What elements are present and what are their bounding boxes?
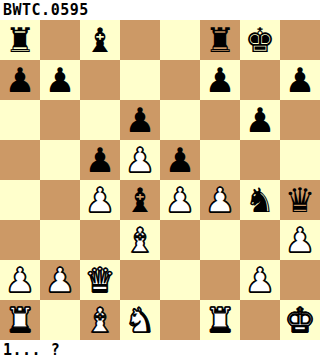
piece-white-bishop[interactable]: ♝	[125, 220, 155, 260]
chess-board: ♜♝♜♚♟♟♟♟♟♟♟♟♟♟♝♟♟♞♛♝♟♟♟♛♟♜♝♞♜♚	[0, 20, 320, 340]
piece-black-knight[interactable]: ♞	[245, 180, 275, 220]
piece-black-bishop[interactable]: ♝	[125, 180, 155, 220]
piece-black-pawn[interactable]: ♟	[85, 140, 115, 180]
square-d8[interactable]	[120, 20, 160, 60]
window-title: BWTC.0595	[0, 0, 320, 20]
piece-white-rook[interactable]: ♜	[205, 300, 235, 340]
square-g7[interactable]	[240, 60, 280, 100]
piece-black-pawn[interactable]: ♟	[125, 100, 155, 140]
square-a3[interactable]	[0, 220, 40, 260]
piece-white-pawn[interactable]: ♟	[285, 220, 315, 260]
square-h5[interactable]	[280, 140, 320, 180]
piece-black-pawn[interactable]: ♟	[285, 60, 315, 100]
piece-black-pawn[interactable]: ♟	[5, 60, 35, 100]
piece-black-pawn[interactable]: ♟	[205, 60, 235, 100]
square-h8[interactable]	[280, 20, 320, 60]
square-h2[interactable]	[280, 260, 320, 300]
square-c8[interactable]: ♝	[80, 20, 120, 60]
piece-black-rook[interactable]: ♜	[5, 20, 35, 60]
piece-black-pawn[interactable]: ♟	[245, 100, 275, 140]
square-e1[interactable]	[160, 300, 200, 340]
square-a8[interactable]: ♜	[0, 20, 40, 60]
square-e5[interactable]: ♟	[160, 140, 200, 180]
square-c7[interactable]	[80, 60, 120, 100]
square-d1[interactable]: ♞	[120, 300, 160, 340]
square-e8[interactable]	[160, 20, 200, 60]
piece-black-queen[interactable]: ♛	[285, 180, 315, 220]
square-a6[interactable]	[0, 100, 40, 140]
square-b6[interactable]	[40, 100, 80, 140]
square-f1[interactable]: ♜	[200, 300, 240, 340]
square-c6[interactable]	[80, 100, 120, 140]
square-f6[interactable]	[200, 100, 240, 140]
piece-white-pawn[interactable]: ♟	[165, 180, 195, 220]
square-a1[interactable]: ♜	[0, 300, 40, 340]
square-b5[interactable]	[40, 140, 80, 180]
square-f7[interactable]: ♟	[200, 60, 240, 100]
square-c1[interactable]: ♝	[80, 300, 120, 340]
piece-white-rook[interactable]: ♜	[5, 300, 35, 340]
square-b2[interactable]: ♟	[40, 260, 80, 300]
square-h1[interactable]: ♚	[280, 300, 320, 340]
square-g3[interactable]	[240, 220, 280, 260]
square-e2[interactable]	[160, 260, 200, 300]
square-h7[interactable]: ♟	[280, 60, 320, 100]
piece-white-bishop[interactable]: ♝	[85, 300, 115, 340]
square-a2[interactable]: ♟	[0, 260, 40, 300]
square-e7[interactable]	[160, 60, 200, 100]
square-a4[interactable]	[0, 180, 40, 220]
square-b8[interactable]	[40, 20, 80, 60]
square-e4[interactable]: ♟	[160, 180, 200, 220]
square-b3[interactable]	[40, 220, 80, 260]
square-a5[interactable]	[0, 140, 40, 180]
square-h3[interactable]: ♟	[280, 220, 320, 260]
square-d5[interactable]: ♟	[120, 140, 160, 180]
piece-black-bishop[interactable]: ♝	[85, 20, 115, 60]
square-f3[interactable]	[200, 220, 240, 260]
square-b1[interactable]	[40, 300, 80, 340]
square-f4[interactable]: ♟	[200, 180, 240, 220]
piece-black-pawn[interactable]: ♟	[165, 140, 195, 180]
piece-white-pawn[interactable]: ♟	[5, 260, 35, 300]
piece-white-pawn[interactable]: ♟	[125, 140, 155, 180]
piece-black-pawn[interactable]: ♟	[45, 60, 75, 100]
piece-white-king[interactable]: ♚	[285, 300, 315, 340]
square-f8[interactable]: ♜	[200, 20, 240, 60]
square-d4[interactable]: ♝	[120, 180, 160, 220]
piece-white-knight[interactable]: ♞	[125, 300, 155, 340]
square-g8[interactable]: ♚	[240, 20, 280, 60]
square-c3[interactable]	[80, 220, 120, 260]
square-g4[interactable]: ♞	[240, 180, 280, 220]
square-g1[interactable]	[240, 300, 280, 340]
move-prompt: 1... ?	[0, 340, 320, 360]
square-b7[interactable]: ♟	[40, 60, 80, 100]
square-d7[interactable]	[120, 60, 160, 100]
square-e3[interactable]	[160, 220, 200, 260]
piece-white-pawn[interactable]: ♟	[45, 260, 75, 300]
square-d6[interactable]: ♟	[120, 100, 160, 140]
square-c4[interactable]: ♟	[80, 180, 120, 220]
square-d2[interactable]	[120, 260, 160, 300]
square-g5[interactable]	[240, 140, 280, 180]
square-c5[interactable]: ♟	[80, 140, 120, 180]
square-h4[interactable]: ♛	[280, 180, 320, 220]
square-g6[interactable]: ♟	[240, 100, 280, 140]
square-b4[interactable]	[40, 180, 80, 220]
piece-white-queen[interactable]: ♛	[85, 260, 115, 300]
square-a7[interactable]: ♟	[0, 60, 40, 100]
piece-black-rook[interactable]: ♜	[205, 20, 235, 60]
square-e6[interactable]	[160, 100, 200, 140]
square-g2[interactable]: ♟	[240, 260, 280, 300]
square-f2[interactable]	[200, 260, 240, 300]
square-f5[interactable]	[200, 140, 240, 180]
piece-white-pawn[interactable]: ♟	[245, 260, 275, 300]
square-h6[interactable]	[280, 100, 320, 140]
square-d3[interactable]: ♝	[120, 220, 160, 260]
piece-black-king[interactable]: ♚	[245, 20, 275, 60]
piece-white-pawn[interactable]: ♟	[205, 180, 235, 220]
square-c2[interactable]: ♛	[80, 260, 120, 300]
piece-white-pawn[interactable]: ♟	[85, 180, 115, 220]
